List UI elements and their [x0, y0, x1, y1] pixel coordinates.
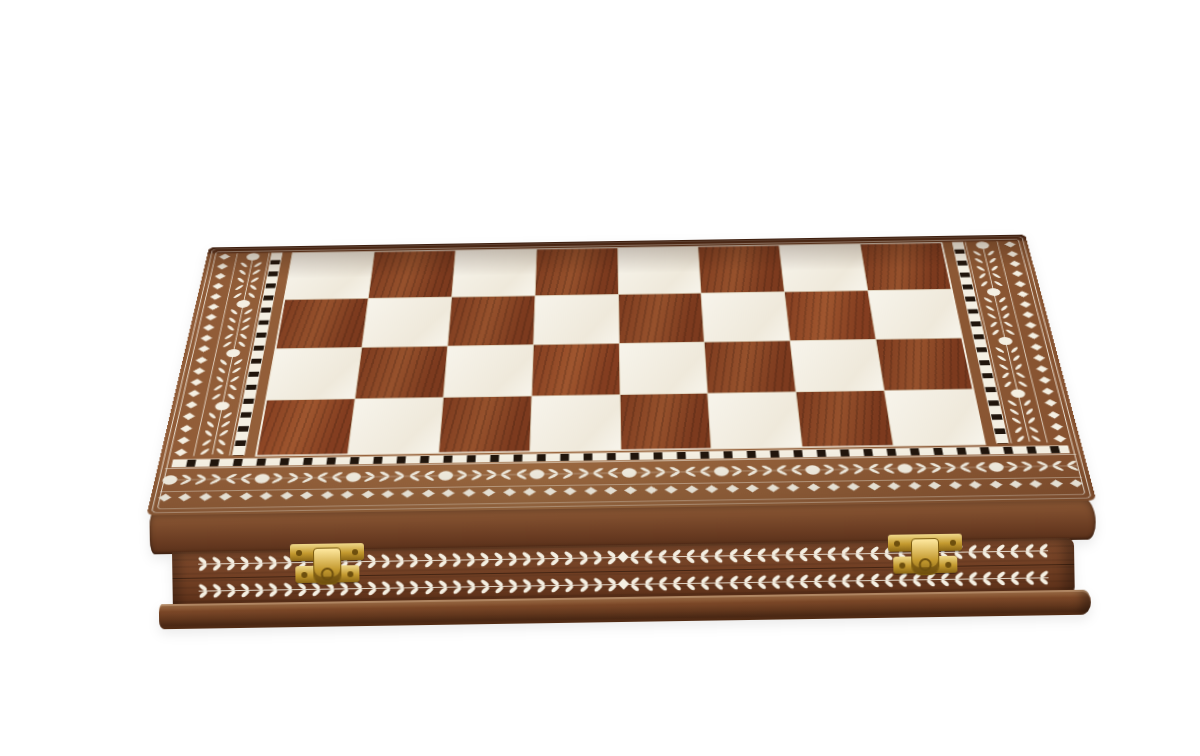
leaf-inlay [755, 576, 768, 587]
diamond-inlay [787, 484, 800, 492]
leaf-inlay [1023, 572, 1036, 583]
leaf-inlay [492, 553, 505, 564]
leaf-inlay [670, 551, 683, 562]
leaf-inlay [797, 576, 810, 587]
leaf-inlay [408, 472, 421, 480]
leaf-inlay [209, 475, 223, 483]
diamond-inlay [159, 494, 172, 502]
leaf-inlay [478, 554, 491, 565]
diamond-inlay [827, 483, 840, 491]
diamond-inlay [1039, 377, 1051, 384]
leaf-inlay [997, 363, 1025, 371]
leaf-inlay [1009, 572, 1022, 583]
leaf-inlay [577, 552, 590, 563]
leaf-inlay [515, 470, 528, 478]
diamond-inlay [361, 490, 374, 498]
diamond-inlay [1045, 399, 1057, 406]
diamond-inlay [180, 425, 192, 432]
leaf-inlay [966, 546, 979, 557]
leaf-inlay [971, 250, 997, 257]
leaf-inlay [989, 329, 1016, 336]
leaf-inlay [563, 579, 576, 590]
diamond-inlay [280, 492, 293, 500]
diamond-inlay [848, 483, 861, 491]
leaf-inlay [605, 552, 618, 563]
board-square [530, 395, 620, 451]
flower-inlay [225, 349, 240, 357]
leaf-inlay [238, 261, 264, 268]
diamond-inlay [1050, 480, 1063, 488]
leaf-inlay [198, 448, 227, 456]
leaf-inlay [238, 557, 251, 568]
diamond-inlay [196, 356, 208, 363]
flower-inlay [986, 288, 1001, 296]
leaf-inlay [591, 579, 604, 590]
leaf-inlay [730, 467, 743, 475]
board-square [257, 399, 354, 455]
flower-inlay [713, 466, 728, 476]
leaf-inlay [470, 471, 483, 479]
board-square [791, 339, 884, 391]
diamond-inlay [1022, 311, 1033, 318]
leaf-inlay [769, 576, 782, 587]
diamond-inlay [726, 485, 739, 493]
leaf-inlay [642, 578, 655, 589]
leaf-inlay [628, 551, 641, 562]
leaf-inlay [239, 475, 253, 483]
flower-inlay [245, 253, 259, 260]
leaf-inlay [239, 584, 252, 595]
leaf-inlay [698, 550, 711, 561]
leaf-inlay [478, 581, 491, 592]
leaf-inlay [811, 548, 824, 559]
leaf-inlay [485, 471, 498, 479]
leaf-inlay [506, 553, 519, 564]
flower-inlay [622, 468, 637, 478]
board-square [885, 390, 984, 446]
leaf-inlay [228, 308, 254, 315]
flower-inlay [162, 475, 179, 485]
leaf-inlay [408, 582, 421, 593]
leaf-inlay [520, 553, 533, 564]
leaf-inlay [868, 547, 881, 558]
leaf-inlay [769, 549, 782, 560]
leaf-inlay [1012, 426, 1041, 434]
leaf-inlay [223, 333, 250, 340]
leaf-inlay [657, 578, 670, 589]
leaf-inlay [507, 580, 520, 591]
diamond-inlay [1030, 480, 1043, 488]
leaf-inlay [727, 550, 740, 561]
leaf-inlay [853, 548, 866, 559]
leaf-inlay [1006, 399, 1034, 407]
leaf-inlay [224, 475, 238, 483]
leaf-inlay [605, 579, 618, 590]
leaf-inlay [548, 552, 561, 563]
leaf-inlay [812, 575, 825, 586]
leaf-inlay [363, 473, 377, 481]
background [0, 0, 1200, 756]
leaf-inlay [685, 577, 698, 588]
diamond-inlay [807, 483, 820, 491]
diamond-inlay [1070, 479, 1083, 487]
diamond-inlay [321, 491, 334, 499]
leaf-inlay [577, 469, 590, 477]
leaf-inlay [534, 553, 547, 564]
leaf-inlay [252, 557, 265, 568]
diamond-inlay [969, 481, 982, 489]
diamond-inlay [260, 492, 273, 500]
leaf-inlay [882, 465, 896, 473]
diamond-inlay [645, 486, 658, 494]
leaf-inlay [226, 316, 253, 323]
diamond-inlay [908, 482, 921, 490]
diamond-inlay [544, 488, 557, 496]
leaf-inlay [521, 580, 534, 591]
diamond-inlay [989, 481, 1002, 489]
board-square [439, 397, 531, 453]
leaf-inlay [1037, 545, 1050, 556]
leaf-inlay [378, 473, 392, 481]
leaf-inlay [1020, 462, 1034, 470]
diamond-inlay [191, 379, 203, 386]
leaf-inlay [225, 324, 252, 331]
leaf-inlay [455, 471, 468, 479]
board-square [267, 347, 361, 400]
leaf-inlay [745, 467, 758, 475]
diamond-inlay [483, 489, 496, 497]
diamond-inlay [1054, 435, 1066, 443]
leaf-inlay [549, 579, 562, 590]
board-square [861, 243, 951, 290]
board-square [702, 292, 790, 342]
diamond-inlay [564, 487, 577, 495]
leaf-inlay [783, 549, 796, 560]
leaf-inlay [993, 346, 1020, 353]
leaf-inlay [236, 269, 262, 276]
leaf-inlay [867, 465, 881, 473]
leaf-inlay [202, 429, 230, 437]
board-square [369, 251, 455, 298]
leaf-inlay [422, 581, 435, 592]
leaf-inlay [852, 465, 866, 473]
leaf-inlay [976, 272, 1002, 279]
leaf-inlay [206, 411, 234, 419]
leaf-inlay [1001, 380, 1029, 388]
diamond-inlay [210, 293, 221, 299]
leaf-inlay [929, 464, 943, 472]
leaf-inlay [699, 577, 712, 588]
diamond-inlay [201, 335, 213, 342]
leaf-inlay [683, 468, 696, 476]
brass-clasp-left [290, 543, 365, 592]
leaf-inlay [393, 472, 407, 480]
leaf-inlay [822, 466, 836, 474]
diamond-inlay [1042, 388, 1054, 395]
leaf-inlay [669, 468, 682, 476]
board-square [868, 289, 961, 338]
leaf-inlay [464, 581, 477, 592]
board-square [705, 341, 796, 393]
board-square [708, 392, 802, 448]
diamond-inlay [300, 491, 313, 499]
leaf-inlay [200, 438, 229, 446]
leaf-inlay [713, 550, 726, 561]
leaf-inlay [713, 577, 726, 588]
diamond-inlay [402, 490, 415, 498]
leaf-inlay [450, 581, 463, 592]
leaf-inlay [267, 557, 280, 568]
leaf-inlay [995, 355, 1023, 363]
diamond-inlay [1030, 343, 1042, 350]
leaf-inlay [978, 280, 1004, 287]
leaf-inlay [562, 470, 575, 478]
leaf-inlay [221, 341, 248, 348]
leaf-inlay [628, 578, 641, 589]
leaf-inlay [365, 555, 378, 566]
leaf-inlay [436, 554, 449, 565]
diamond-inlay [193, 367, 205, 374]
flower-inlay [235, 300, 250, 308]
leaf-inlay [760, 467, 773, 475]
leaf-inlay [232, 292, 258, 299]
diamond-inlay [186, 401, 198, 408]
board-square [797, 391, 893, 447]
brass-clasp-right [888, 534, 963, 583]
leaf-inlay [271, 474, 285, 482]
leaf-inlay [464, 554, 477, 565]
board-square [532, 343, 619, 396]
board-square [444, 345, 533, 398]
diamond-inlay [1051, 423, 1063, 431]
diamond-inlay [1010, 261, 1021, 267]
board-square [876, 338, 972, 390]
leaf-inlay [450, 554, 463, 565]
diamond-inlay [523, 488, 536, 496]
board-square [448, 296, 534, 346]
leaf-inlay [215, 367, 242, 375]
diamond-inlay [929, 482, 942, 490]
leaf-inlay [577, 579, 590, 590]
leaf-inlay [1035, 462, 1050, 470]
board-square [276, 298, 367, 348]
leaf-inlay [741, 549, 754, 560]
leaf-inlay [379, 555, 392, 566]
leaf-inlay [639, 468, 652, 476]
leaf-inlay [825, 548, 838, 559]
leaf-inlay [973, 257, 999, 264]
leaf-inlay [547, 470, 560, 478]
leaf-inlay [868, 574, 881, 585]
leaf-inlay [994, 545, 1007, 556]
leaf-inlay [981, 573, 994, 584]
leaf-inlay [914, 464, 928, 472]
diamond-inlay [183, 413, 195, 420]
diamond-inlay [949, 481, 962, 489]
leaf-inlay [1050, 462, 1065, 470]
flower-inlay [897, 463, 913, 472]
board-square [618, 293, 704, 343]
clasp-hook-icon [911, 538, 940, 575]
leaf-inlay [217, 358, 244, 365]
diamond-inlay [199, 493, 212, 501]
leaf-inlay [233, 284, 259, 291]
diamond-inlay [422, 489, 435, 497]
flower-inlay [530, 469, 545, 479]
leaf-inlay [224, 558, 237, 569]
diamond-inlay [463, 489, 476, 497]
diamond-inlay [888, 482, 901, 490]
leaf-inlay [210, 393, 238, 401]
leaf-inlay [235, 276, 261, 283]
flower-inlay [988, 462, 1005, 471]
diamond-inlay [604, 487, 617, 495]
leaf-inlay [642, 551, 655, 562]
board-square [355, 346, 447, 399]
diamond-inlay [205, 314, 216, 321]
leaf-inlay [1037, 572, 1050, 583]
diamond-inlay [1005, 241, 1016, 247]
diamond-inlay [175, 448, 187, 456]
leaf-inlay [1065, 462, 1080, 470]
leaf-inlay [1008, 408, 1036, 416]
diamond-inlay [665, 486, 678, 494]
leaf-inlay [212, 384, 240, 392]
board-square [348, 398, 443, 454]
leaf-inlay [958, 463, 972, 471]
leaf-inlay [973, 463, 987, 471]
leaf-inlay [986, 313, 1013, 320]
diamond-inlay [1017, 291, 1028, 297]
diamond-inlay [179, 493, 192, 501]
diamond-inlay [1007, 251, 1018, 257]
leaf-inlay [741, 576, 754, 587]
board-square [452, 250, 536, 297]
diamond-inlay [625, 486, 638, 494]
flower-inlay [975, 242, 990, 249]
board-square [534, 295, 619, 345]
leaf-inlay [987, 321, 1014, 328]
leaf-inlay [783, 576, 796, 587]
diamond-inlay [381, 490, 394, 498]
board-square [780, 245, 868, 292]
leaf-inlay [684, 550, 697, 561]
leaf-inlay [790, 466, 804, 474]
diamond-inlay [442, 489, 455, 497]
diamond-inlay [868, 483, 881, 491]
leaf-inlay [671, 578, 684, 589]
leaf-inlay [563, 552, 576, 563]
board-square [785, 291, 875, 341]
leaf-inlay [179, 476, 193, 484]
leaf-inlay [943, 464, 957, 472]
leaf-inlay [366, 582, 379, 593]
leaf-inlay [394, 582, 407, 593]
leaf-inlay [535, 580, 548, 591]
diamond-inlay [1015, 281, 1026, 287]
leaf-inlay [775, 466, 789, 474]
diamond-inlay [212, 283, 223, 289]
diamond-inlay [1020, 301, 1031, 308]
leaf-inlay [980, 546, 993, 557]
diamond-inlay [215, 273, 226, 279]
leaf-inlay [999, 372, 1027, 380]
diamond-inlay [1012, 271, 1023, 277]
leaf-inlay [826, 575, 839, 586]
leaf-inlay [1014, 435, 1043, 443]
leaf-inlay [204, 420, 232, 428]
leaf-inlay [1008, 545, 1021, 556]
leaf-inlay [591, 552, 604, 563]
leaf-inlay [727, 577, 740, 588]
diamond-inlay [178, 436, 190, 444]
leaf-inlay [267, 584, 280, 595]
diamond-inlay [584, 487, 597, 495]
leaf-inlay [407, 555, 420, 566]
board-square [619, 342, 707, 395]
leaf-inlay [984, 305, 1011, 312]
leaf-inlay [436, 581, 449, 592]
chess-box [0, 0, 1200, 756]
leaf-inlay [331, 473, 345, 481]
leaf-inlay [197, 585, 210, 596]
board-square [535, 248, 617, 295]
leaf-inlay [839, 548, 852, 559]
leaf-inlay [492, 580, 505, 591]
board-square [620, 394, 711, 450]
diamond-inlay [617, 551, 628, 562]
diamond-inlay [219, 254, 230, 260]
diamond-inlay [1028, 333, 1040, 340]
leaf-inlay [500, 471, 513, 479]
diamond-inlay [766, 484, 779, 492]
board-square [285, 252, 373, 299]
leaf-inlay [225, 585, 238, 596]
leaf-inlay [656, 551, 669, 562]
leaf-inlay [797, 549, 810, 560]
board-top-face [146, 234, 1096, 515]
leaf-inlay [316, 474, 330, 482]
leaf-inlay [654, 468, 667, 476]
diamond-inlay [746, 484, 759, 492]
leaf-inlay [698, 468, 711, 476]
leaf-inlay [1023, 545, 1036, 556]
diamond-inlay [208, 303, 219, 310]
diamond-inlay [1033, 354, 1045, 361]
flower-inlay [254, 474, 270, 484]
leaf-inlay [840, 575, 853, 586]
flower-inlay [346, 472, 362, 482]
leaf-inlay [982, 297, 1009, 304]
board-field [255, 242, 986, 456]
leaf-inlay [592, 469, 605, 477]
board-square [699, 246, 784, 293]
leaf-inlay [975, 265, 1001, 272]
leaf-inlay [301, 474, 315, 482]
flower-inlay [997, 337, 1013, 345]
diamond-inlay [217, 263, 228, 269]
diamond-inlay [198, 346, 210, 353]
leaf-inlay [194, 475, 208, 483]
leaf-inlay [607, 469, 620, 477]
flower-inlay [438, 471, 453, 481]
leaf-inlay [1010, 417, 1039, 425]
board-square [362, 297, 451, 347]
leaf-inlay [211, 585, 224, 596]
leaf-inlay [1005, 463, 1019, 471]
diamond-inlay [503, 488, 516, 496]
leaf-inlay [393, 555, 406, 566]
